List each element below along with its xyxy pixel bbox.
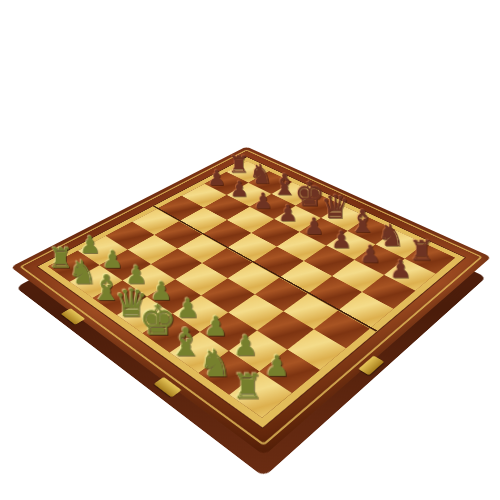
chess-set-photo: ♜♞♝♚♛♝♞♜♟♟♟♟♟♟♟♟♟♟♟♟♟♟♟♟♜♞♝♛♚♝♞♜ — [0, 0, 500, 500]
piece-white-knight-g1[interactable]: ♞ — [199, 345, 233, 383]
piece-black-knight-g8[interactable]: ♞ — [377, 220, 404, 250]
piece-black-knight-b8[interactable]: ♞ — [249, 161, 273, 188]
piece-black-pawn-f7[interactable]: ♟ — [331, 228, 352, 252]
piece-white-pawn-f2[interactable]: ♟ — [203, 313, 227, 340]
piece-white-pawn-e2[interactable]: ♟ — [176, 295, 200, 322]
piece-black-rook-h8[interactable]: ♜ — [409, 237, 434, 265]
piece-white-pawn-h2[interactable]: ♟ — [264, 352, 290, 381]
piece-black-bishop-f8[interactable]: ♝ — [348, 205, 376, 237]
piece-white-rook-h1[interactable]: ♜ — [231, 370, 262, 405]
piece-black-queen-e8[interactable]: ♛ — [321, 191, 350, 224]
wooden-box: ♜♞♝♚♛♝♞♜♟♟♟♟♟♟♟♟♟♟♟♟♟♟♟♟♜♞♝♛♚♝♞♜ — [11, 147, 492, 456]
piece-black-pawn-e7[interactable]: ♟ — [304, 215, 325, 238]
piece-black-pawn-a7[interactable]: ♟ — [207, 168, 226, 189]
piece-black-pawn-g7[interactable]: ♟ — [359, 242, 381, 266]
piece-black-rook-a8[interactable]: ♜ — [228, 153, 249, 177]
piece-black-pawn-b7[interactable]: ♟ — [230, 179, 249, 200]
piece-white-pawn-g2[interactable]: ♟ — [233, 332, 258, 360]
piece-black-pawn-h7[interactable]: ♟ — [389, 257, 411, 282]
piece-black-pawn-c7[interactable]: ♟ — [253, 190, 273, 212]
piece-black-pawn-d7[interactable]: ♟ — [278, 202, 298, 224]
